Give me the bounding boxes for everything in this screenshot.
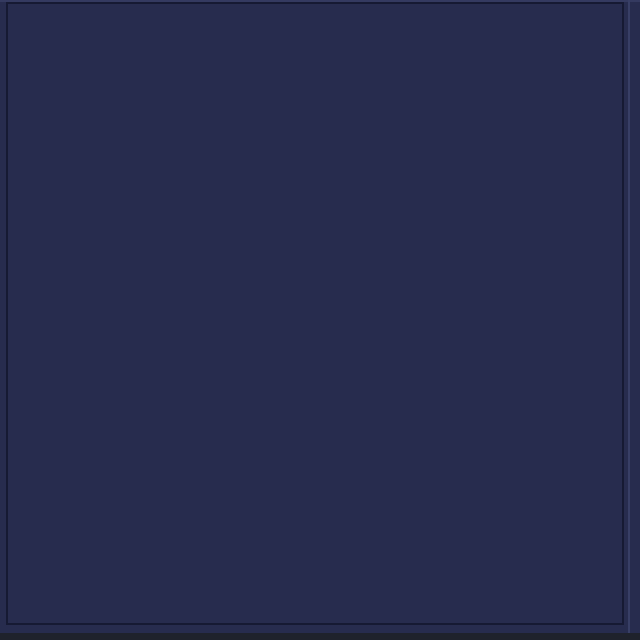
- chess-board: [8, 4, 622, 623]
- window-bottom-edge: [0, 633, 640, 640]
- window-right-edge: [628, 0, 630, 633]
- window-top-edge: [0, 0, 640, 2]
- chess-app-window: [0, 0, 640, 640]
